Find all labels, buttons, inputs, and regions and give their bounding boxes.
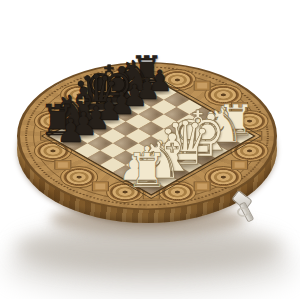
product-photo: ♜♞♝♛♚♝♞♜♟♟♟♟♟♟♟♟♟♟♟♟♟♟♟♟♜♞♝♛♚♝♞♜	[0, 0, 300, 299]
white-rook-a1: ♜	[126, 146, 168, 193]
black-pawn-a7: ♟	[56, 115, 85, 148]
pieces-layer: ♜♞♝♛♚♝♞♜♟♟♟♟♟♟♟♟♟♟♟♟♟♟♟♟♜♞♝♛♚♝♞♜	[0, 0, 300, 299]
